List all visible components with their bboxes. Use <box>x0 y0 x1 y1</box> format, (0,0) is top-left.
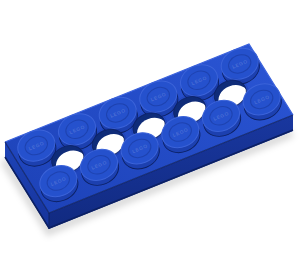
lego-plate-render: LEGOLEGOLEGOLEGOLEGOLEGO LEGOLEGOLEGOLEG… <box>0 0 300 265</box>
product-image: LEGOLEGOLEGOLEGOLEGOLEGO LEGOLEGOLEGOLEG… <box>0 0 300 265</box>
